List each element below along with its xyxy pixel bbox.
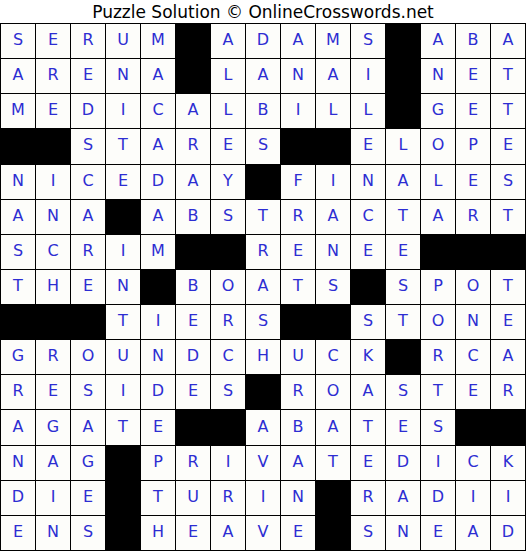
grid-cell: S: [211, 375, 246, 410]
black-cell: [316, 481, 351, 516]
grid-cell: S: [491, 165, 526, 200]
grid-cell: E: [211, 129, 246, 164]
cell-letter: D: [502, 524, 514, 540]
grid-cell: N: [1, 165, 36, 200]
cell-letter: L: [399, 137, 408, 153]
cell-letter: E: [188, 313, 198, 329]
grid-cell: L: [421, 165, 456, 200]
cell-letter: A: [223, 524, 234, 540]
cell-letter: S: [83, 524, 93, 540]
grid-cell: T: [491, 270, 526, 305]
grid-cell: G: [421, 94, 456, 129]
cell-letter: A: [328, 208, 339, 224]
cell-letter: E: [363, 454, 373, 470]
cell-letter: R: [362, 489, 373, 505]
grid-cell: R: [246, 235, 281, 270]
cell-letter: E: [363, 137, 373, 153]
grid-cell: I: [36, 165, 71, 200]
cell-letter: R: [12, 383, 23, 399]
grid-cell: S: [71, 375, 106, 410]
grid-cell: A: [141, 200, 176, 235]
grid-cell: A: [456, 516, 491, 551]
cell-letter: A: [223, 32, 234, 48]
black-cell: [351, 270, 386, 305]
grid-cell: R: [36, 340, 71, 375]
cell-letter: B: [293, 419, 304, 435]
grid-cell: L: [316, 94, 351, 129]
cell-letter: A: [328, 67, 339, 83]
grid-cell: I: [141, 305, 176, 340]
cell-letter: T: [503, 208, 513, 224]
cell-letter: I: [156, 313, 161, 329]
cell-letter: H: [47, 278, 59, 294]
grid-cell: S: [1, 235, 36, 270]
cell-letter: T: [398, 208, 408, 224]
grid-cell: H: [36, 270, 71, 305]
cell-letter: A: [503, 348, 514, 364]
cell-letter: R: [82, 243, 93, 259]
cell-letter: E: [118, 173, 128, 189]
cell-letter: D: [257, 32, 269, 48]
grid-cell: B: [176, 270, 211, 305]
grid-cell: I: [281, 94, 316, 129]
grid-cell: A: [211, 24, 246, 59]
grid-cell: E: [456, 94, 491, 129]
grid-cell: N: [386, 516, 421, 551]
grid-cell: I: [351, 59, 386, 94]
black-cell: [106, 200, 141, 235]
grid-cell: E: [36, 94, 71, 129]
grid-cell: I: [491, 481, 526, 516]
black-cell: [246, 375, 281, 410]
cell-letter: E: [398, 419, 408, 435]
grid-cell: R: [421, 340, 456, 375]
grid-cell: R: [71, 235, 106, 270]
cell-letter: I: [296, 102, 301, 118]
grid-cell: T: [141, 481, 176, 516]
grid-cell: C: [71, 165, 106, 200]
cell-letter: U: [292, 348, 304, 364]
grid-cell: G: [71, 446, 106, 481]
cell-letter: K: [363, 348, 374, 364]
cell-letter: E: [153, 419, 163, 435]
grid-cell: A: [316, 200, 351, 235]
grid-cell: T: [106, 129, 141, 164]
black-cell: [71, 305, 106, 340]
cell-letter: C: [362, 208, 373, 224]
cell-letter: A: [13, 419, 24, 435]
grid-cell: A: [141, 59, 176, 94]
grid-cell: L: [211, 59, 246, 94]
grid-cell: E: [491, 305, 526, 340]
grid-cell: N: [456, 305, 491, 340]
cell-letter: D: [82, 102, 94, 118]
cell-letter: S: [13, 32, 23, 48]
grid-cell: E: [351, 129, 386, 164]
grid-cell: R: [281, 375, 316, 410]
cell-letter: R: [292, 208, 303, 224]
cell-letter: V: [258, 524, 269, 540]
cell-letter: T: [13, 278, 23, 294]
grid-cell: E: [281, 235, 316, 270]
cell-letter: I: [331, 173, 336, 189]
cell-letter: R: [47, 348, 58, 364]
cell-letter: T: [258, 208, 268, 224]
cell-letter: S: [328, 278, 338, 294]
cell-letter: R: [222, 489, 233, 505]
cell-letter: E: [468, 383, 478, 399]
cell-letter: D: [187, 348, 199, 364]
grid-cell: S: [351, 24, 386, 59]
black-cell: [386, 24, 421, 59]
grid-cell: A: [421, 24, 456, 59]
cell-letter: I: [51, 489, 56, 505]
grid-cell: A: [246, 410, 281, 445]
cell-letter: I: [261, 489, 266, 505]
cell-letter: E: [433, 524, 443, 540]
grid-cell: T: [1, 270, 36, 305]
grid-cell: S: [386, 270, 421, 305]
black-cell: [281, 305, 316, 340]
cell-letter: R: [502, 383, 513, 399]
black-cell: [456, 410, 491, 445]
grid-cell: R: [176, 446, 211, 481]
black-cell: [491, 235, 526, 270]
grid-cell: A: [491, 340, 526, 375]
grid-cell: I: [106, 375, 141, 410]
grid-cell: T: [386, 200, 421, 235]
cell-letter: I: [436, 454, 441, 470]
grid-cell: N: [421, 59, 456, 94]
grid-cell: P: [141, 446, 176, 481]
grid-cell: S: [351, 305, 386, 340]
cell-letter: A: [258, 67, 269, 83]
grid-cell: D: [176, 340, 211, 375]
cell-letter: N: [292, 489, 304, 505]
cell-letter: T: [118, 419, 128, 435]
grid-cell: D: [491, 516, 526, 551]
crossword-grid: SERUMADAMSABAARENALANAINETMEDICALBILLGET…: [0, 23, 526, 551]
grid-cell: A: [316, 59, 351, 94]
cell-letter: U: [117, 32, 129, 48]
grid-cell: S: [211, 200, 246, 235]
cell-letter: A: [468, 524, 479, 540]
puzzle-solution-page: Puzzle Solution © OnlineCrosswords.net S…: [0, 0, 526, 551]
grid-cell: R: [491, 375, 526, 410]
cell-letter: E: [468, 102, 478, 118]
grid-cell: T: [491, 59, 526, 94]
cell-letter: A: [13, 208, 24, 224]
grid-cell: S: [1, 24, 36, 59]
cell-letter: T: [398, 313, 408, 329]
grid-cell: E: [281, 516, 316, 551]
cell-letter: N: [397, 524, 409, 540]
cell-letter: S: [398, 383, 408, 399]
grid-cell: D: [141, 375, 176, 410]
grid-cell: E: [176, 305, 211, 340]
black-cell: [1, 129, 36, 164]
grid-cell: R: [71, 24, 106, 59]
grid-cell: O: [456, 270, 491, 305]
grid-cell: E: [351, 235, 386, 270]
grid-cell: E: [176, 375, 211, 410]
grid-cell: L: [351, 94, 386, 129]
grid-cell: R: [1, 375, 36, 410]
grid-cell: R: [281, 200, 316, 235]
cell-letter: F: [293, 173, 302, 189]
grid-cell: S: [351, 516, 386, 551]
cell-letter: N: [117, 67, 129, 83]
grid-cell: A: [1, 59, 36, 94]
grid-cell: L: [386, 129, 421, 164]
cell-letter: A: [188, 102, 199, 118]
black-cell: [246, 165, 281, 200]
grid-cell: A: [36, 446, 71, 481]
grid-cell: R: [176, 129, 211, 164]
grid-cell: N: [281, 59, 316, 94]
cell-letter: O: [222, 278, 235, 294]
grid-cell: G: [1, 340, 36, 375]
cell-letter: E: [48, 102, 58, 118]
black-cell: [386, 340, 421, 375]
grid-cell: R: [211, 305, 246, 340]
grid-cell: A: [386, 165, 421, 200]
cell-letter: V: [258, 454, 269, 470]
grid-cell: C: [351, 200, 386, 235]
cell-letter: I: [226, 454, 231, 470]
grid-cell: D: [71, 94, 106, 129]
grid-cell: T: [491, 94, 526, 129]
black-cell: [141, 270, 176, 305]
grid-cell: E: [1, 516, 36, 551]
black-cell: [281, 129, 316, 164]
cell-letter: A: [328, 419, 339, 435]
cell-letter: S: [83, 383, 93, 399]
grid-cell: V: [246, 516, 281, 551]
grid-cell: C: [141, 94, 176, 129]
cell-letter: I: [506, 489, 511, 505]
cell-letter: B: [468, 32, 479, 48]
grid-cell: U: [106, 24, 141, 59]
cell-letter: A: [433, 208, 444, 224]
grid-cell: A: [71, 200, 106, 235]
cell-letter: A: [433, 32, 444, 48]
black-cell: [456, 235, 491, 270]
grid-cell: B: [281, 410, 316, 445]
grid-cell: D: [141, 165, 176, 200]
black-cell: [106, 446, 141, 481]
cell-letter: T: [503, 278, 513, 294]
grid-cell: S: [316, 270, 351, 305]
grid-cell: T: [351, 410, 386, 445]
grid-cell: H: [141, 516, 176, 551]
cell-letter: E: [13, 524, 23, 540]
grid-cell: A: [141, 129, 176, 164]
grid-cell: U: [176, 481, 211, 516]
grid-cell: S: [71, 516, 106, 551]
cell-letter: R: [187, 454, 198, 470]
cell-letter: E: [83, 278, 93, 294]
cell-letter: R: [467, 208, 478, 224]
grid-cell: O: [421, 129, 456, 164]
grid-cell: L: [211, 94, 246, 129]
black-cell: [106, 481, 141, 516]
grid-cell: E: [491, 129, 526, 164]
cell-letter: L: [434, 173, 443, 189]
cell-letter: A: [258, 419, 269, 435]
cell-letter: T: [363, 419, 373, 435]
cell-letter: A: [188, 173, 199, 189]
cell-letter: M: [151, 32, 165, 48]
black-cell: [316, 129, 351, 164]
cell-letter: M: [11, 102, 25, 118]
grid-cell: I: [246, 481, 281, 516]
grid-cell: N: [106, 59, 141, 94]
cell-letter: I: [121, 383, 126, 399]
black-cell: [176, 410, 211, 445]
cell-letter: A: [258, 278, 269, 294]
cell-letter: T: [118, 137, 128, 153]
grid-cell: S: [246, 129, 281, 164]
cell-letter: O: [467, 278, 480, 294]
cell-letter: S: [13, 243, 23, 259]
cell-letter: A: [293, 454, 304, 470]
cell-letter: A: [13, 67, 24, 83]
cell-letter: I: [366, 67, 371, 83]
cell-letter: E: [293, 243, 303, 259]
cell-letter: N: [432, 67, 444, 83]
grid-cell: V: [246, 446, 281, 481]
grid-cell: I: [211, 446, 246, 481]
cell-letter: N: [362, 173, 374, 189]
black-cell: [36, 129, 71, 164]
grid-cell: T: [106, 410, 141, 445]
black-cell: [1, 305, 36, 340]
cell-letter: O: [432, 137, 445, 153]
grid-cell: N: [141, 340, 176, 375]
grid-cell: D: [386, 446, 421, 481]
cell-letter: B: [188, 278, 199, 294]
cell-letter: E: [223, 137, 233, 153]
grid-cell: A: [71, 410, 106, 445]
cell-letter: T: [328, 454, 338, 470]
grid-cell: E: [71, 59, 106, 94]
cell-letter: U: [117, 348, 129, 364]
cell-letter: E: [398, 243, 408, 259]
grid-cell: S: [386, 375, 421, 410]
black-cell: [106, 516, 141, 551]
grid-cell: O: [316, 375, 351, 410]
black-cell: [36, 305, 71, 340]
black-cell: [176, 235, 211, 270]
grid-cell: A: [491, 24, 526, 59]
grid-cell: T: [386, 305, 421, 340]
grid-cell: M: [141, 24, 176, 59]
grid-cell: A: [211, 516, 246, 551]
cell-letter: E: [503, 137, 513, 153]
cell-letter: M: [151, 243, 165, 259]
grid-cell: C: [456, 446, 491, 481]
grid-cell: E: [421, 516, 456, 551]
cell-letter: E: [83, 489, 93, 505]
grid-cell: A: [281, 446, 316, 481]
cell-letter: T: [153, 489, 163, 505]
cell-letter: A: [293, 32, 304, 48]
cell-letter: A: [153, 67, 164, 83]
grid-cell: A: [386, 481, 421, 516]
cell-letter: N: [292, 67, 304, 83]
grid-cell: K: [351, 340, 386, 375]
cell-letter: C: [152, 102, 163, 118]
black-cell: [386, 59, 421, 94]
grid-cell: Y: [211, 165, 246, 200]
cell-letter: G: [12, 348, 24, 364]
grid-cell: O: [211, 270, 246, 305]
cell-letter: C: [327, 348, 338, 364]
cell-letter: D: [152, 173, 164, 189]
grid-cell: N: [1, 446, 36, 481]
cell-letter: I: [51, 173, 56, 189]
cell-letter: R: [432, 348, 443, 364]
cell-letter: R: [222, 313, 233, 329]
cell-letter: R: [292, 383, 303, 399]
grid-cell: E: [106, 165, 141, 200]
grid-cell: E: [456, 375, 491, 410]
cell-letter: S: [258, 313, 268, 329]
cell-letter: S: [398, 278, 408, 294]
grid-cell: P: [456, 129, 491, 164]
black-cell: [211, 410, 246, 445]
cell-letter: S: [363, 524, 373, 540]
grid-cell: E: [351, 446, 386, 481]
cell-letter: D: [432, 489, 444, 505]
grid-cell: O: [71, 340, 106, 375]
grid-cell: I: [36, 481, 71, 516]
cell-letter: S: [83, 137, 93, 153]
grid-cell: I: [421, 446, 456, 481]
cell-letter: N: [117, 278, 129, 294]
cell-letter: C: [222, 348, 233, 364]
grid-cell: A: [1, 200, 36, 235]
grid-cell: P: [421, 270, 456, 305]
cell-letter: D: [152, 383, 164, 399]
cell-letter: R: [82, 32, 93, 48]
black-cell: [211, 235, 246, 270]
grid-cell: F: [281, 165, 316, 200]
cell-letter: E: [48, 32, 58, 48]
cell-letter: R: [47, 67, 58, 83]
black-cell: [176, 24, 211, 59]
grid-cell: I: [106, 235, 141, 270]
cell-letter: N: [12, 454, 24, 470]
black-cell: [421, 235, 456, 270]
grid-cell: M: [1, 94, 36, 129]
grid-cell: M: [316, 24, 351, 59]
grid-cell: E: [456, 165, 491, 200]
cell-letter: A: [398, 489, 409, 505]
cell-letter: E: [468, 173, 478, 189]
grid-cell: I: [106, 94, 141, 129]
grid-cell: D: [421, 481, 456, 516]
cell-letter: L: [364, 102, 373, 118]
cell-letter: T: [503, 102, 513, 118]
cell-letter: E: [468, 67, 478, 83]
cell-letter: S: [258, 137, 268, 153]
grid-cell: U: [106, 340, 141, 375]
grid-cell: C: [456, 340, 491, 375]
grid-cell: G: [36, 410, 71, 445]
cell-letter: A: [398, 173, 409, 189]
